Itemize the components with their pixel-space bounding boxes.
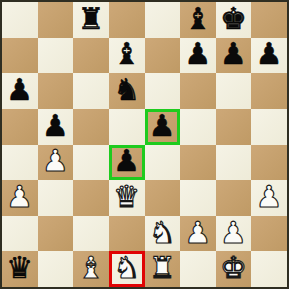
- square-e1[interactable]: ♜: [145, 251, 181, 287]
- white-pawn-b4[interactable]: ♟: [42, 146, 69, 176]
- black-pawn-d4[interactable]: ♟: [113, 146, 140, 176]
- square-d4[interactable]: ♟: [109, 145, 145, 181]
- square-d5[interactable]: [109, 109, 145, 145]
- white-queen-d3[interactable]: ♛: [113, 182, 140, 212]
- square-f4[interactable]: [180, 145, 216, 181]
- black-knight-d6[interactable]: ♞: [113, 75, 140, 105]
- white-pawn-g2[interactable]: ♟: [220, 218, 247, 248]
- black-bishop-d7[interactable]: ♝: [113, 39, 140, 69]
- square-d3[interactable]: ♛: [109, 180, 145, 216]
- square-f5[interactable]: [180, 109, 216, 145]
- square-f6[interactable]: [180, 73, 216, 109]
- square-h5[interactable]: [251, 109, 287, 145]
- black-bishop-f8[interactable]: ♝: [184, 4, 211, 34]
- square-b1[interactable]: [38, 251, 74, 287]
- square-a7[interactable]: [2, 38, 38, 74]
- square-d6[interactable]: ♞: [109, 73, 145, 109]
- square-h6[interactable]: [251, 73, 287, 109]
- black-king-g8[interactable]: ♚: [220, 4, 247, 34]
- square-e3[interactable]: [145, 180, 181, 216]
- square-f2[interactable]: ♟: [180, 216, 216, 252]
- square-f1[interactable]: [180, 251, 216, 287]
- square-c5[interactable]: [73, 109, 109, 145]
- square-a1[interactable]: ♛: [2, 251, 38, 287]
- square-a2[interactable]: [2, 216, 38, 252]
- square-c7[interactable]: [73, 38, 109, 74]
- square-g1[interactable]: ♚: [216, 251, 252, 287]
- black-rook-c8[interactable]: ♜: [78, 4, 105, 34]
- black-pawn-a6[interactable]: ♟: [6, 75, 33, 105]
- square-c4[interactable]: [73, 145, 109, 181]
- square-e7[interactable]: [145, 38, 181, 74]
- black-pawn-g7[interactable]: ♟: [220, 39, 247, 69]
- black-pawn-h7[interactable]: ♟: [256, 39, 283, 69]
- square-d1[interactable]: ♞: [109, 251, 145, 287]
- square-e8[interactable]: [145, 2, 181, 38]
- white-knight-e2[interactable]: ♞: [149, 218, 176, 248]
- square-c3[interactable]: [73, 180, 109, 216]
- square-c2[interactable]: [73, 216, 109, 252]
- square-c8[interactable]: ♜: [73, 2, 109, 38]
- square-d2[interactable]: [109, 216, 145, 252]
- square-a3[interactable]: ♟: [2, 180, 38, 216]
- square-c1[interactable]: ♝: [73, 251, 109, 287]
- black-pawn-f7[interactable]: ♟: [184, 39, 211, 69]
- square-h8[interactable]: [251, 2, 287, 38]
- square-h3[interactable]: ♟: [251, 180, 287, 216]
- chess-board: ♜♝♚♝♟♟♟♟♞♟♟♟♟♟♛♟♞♟♟♛♝♞♜♚: [0, 0, 289, 289]
- square-e2[interactable]: ♞: [145, 216, 181, 252]
- square-h1[interactable]: [251, 251, 287, 287]
- white-pawn-h3[interactable]: ♟: [256, 182, 283, 212]
- square-e5[interactable]: ♟: [145, 109, 181, 145]
- black-queen-a1[interactable]: ♛: [6, 253, 33, 283]
- square-c6[interactable]: [73, 73, 109, 109]
- square-a4[interactable]: [2, 145, 38, 181]
- square-f3[interactable]: [180, 180, 216, 216]
- square-b2[interactable]: [38, 216, 74, 252]
- white-knight-d1[interactable]: ♞: [113, 253, 140, 283]
- square-a5[interactable]: [2, 109, 38, 145]
- square-a6[interactable]: ♟: [2, 73, 38, 109]
- white-king-g1[interactable]: ♚: [220, 253, 247, 283]
- square-h7[interactable]: ♟: [251, 38, 287, 74]
- square-b4[interactable]: ♟: [38, 145, 74, 181]
- white-pawn-f2[interactable]: ♟: [184, 218, 211, 248]
- square-e6[interactable]: [145, 73, 181, 109]
- square-g3[interactable]: [216, 180, 252, 216]
- square-d7[interactable]: ♝: [109, 38, 145, 74]
- square-f8[interactable]: ♝: [180, 2, 216, 38]
- square-b7[interactable]: [38, 38, 74, 74]
- black-pawn-b5[interactable]: ♟: [42, 111, 69, 141]
- square-g8[interactable]: ♚: [216, 2, 252, 38]
- square-e4[interactable]: [145, 145, 181, 181]
- square-b5[interactable]: ♟: [38, 109, 74, 145]
- square-d8[interactable]: [109, 2, 145, 38]
- square-g7[interactable]: ♟: [216, 38, 252, 74]
- square-h2[interactable]: [251, 216, 287, 252]
- white-bishop-c1[interactable]: ♝: [78, 253, 105, 283]
- square-h4[interactable]: [251, 145, 287, 181]
- black-pawn-e5[interactable]: ♟: [149, 111, 176, 141]
- square-b6[interactable]: [38, 73, 74, 109]
- square-b3[interactable]: [38, 180, 74, 216]
- white-rook-e1[interactable]: ♜: [149, 253, 176, 283]
- square-g2[interactable]: ♟: [216, 216, 252, 252]
- square-g6[interactable]: [216, 73, 252, 109]
- white-pawn-a3[interactable]: ♟: [6, 182, 33, 212]
- square-f7[interactable]: ♟: [180, 38, 216, 74]
- square-b8[interactable]: [38, 2, 74, 38]
- square-g5[interactable]: [216, 109, 252, 145]
- square-a8[interactable]: [2, 2, 38, 38]
- square-g4[interactable]: [216, 145, 252, 181]
